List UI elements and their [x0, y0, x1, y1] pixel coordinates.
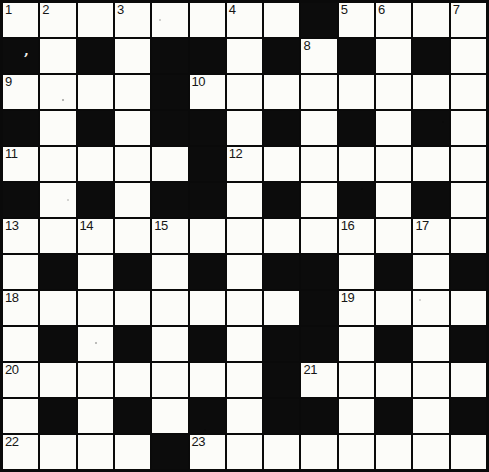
cell-r5c13[interactable] [451, 147, 486, 181]
cell-r11c3[interactable] [78, 363, 113, 397]
cell-r4c8-block [264, 111, 299, 145]
cell-r10c1[interactable] [3, 327, 38, 361]
clue-number-2: 2 [42, 3, 49, 17]
cell-r12c13-block [451, 399, 486, 433]
cell-r11c13[interactable] [451, 363, 486, 397]
cell-r5c11[interactable] [376, 147, 411, 181]
cell-r1c8[interactable] [264, 3, 299, 37]
cell-r13c11[interactable] [376, 435, 411, 469]
cell-r6c4[interactable] [115, 183, 150, 217]
cell-r11c1[interactable]: 20 [3, 363, 38, 397]
cell-r9c2[interactable] [40, 291, 75, 325]
cell-r7c3[interactable]: 14 [78, 219, 113, 253]
cell-r2c8-block [264, 39, 299, 73]
cell-r4c4[interactable] [115, 111, 150, 145]
cell-r1c4[interactable]: 3 [115, 3, 150, 37]
cell-r6c6-block [190, 183, 225, 217]
cell-r9c13[interactable] [451, 291, 486, 325]
cell-r4c5-block [152, 111, 187, 145]
clue-number-1: 1 [5, 3, 12, 17]
cell-r7c8[interactable] [264, 219, 299, 253]
cell-r12c11-block [376, 399, 411, 433]
cell-r6c12-block [413, 183, 448, 217]
cell-r4c1-block [3, 111, 38, 145]
cell-r7c1[interactable]: 13 [3, 219, 38, 253]
cell-r11c6[interactable] [190, 363, 225, 397]
clue-number-6: 6 [378, 3, 385, 17]
cell-r11c5[interactable] [152, 363, 187, 397]
cell-r2c10-block [339, 39, 374, 73]
cell-r4c13[interactable] [451, 111, 486, 145]
clue-number-4: 4 [229, 3, 236, 17]
clue-number-13: 13 [5, 219, 18, 233]
cell-r2c6-block [190, 39, 225, 73]
cell-r11c4[interactable] [115, 363, 150, 397]
cell-r3c1[interactable]: 9 [3, 75, 38, 109]
cell-r5c5[interactable] [152, 147, 187, 181]
cell-r13c2[interactable] [40, 435, 75, 469]
crossword-page: 1234567’891011121314151617181920212223 [0, 0, 489, 472]
cell-r5c8[interactable] [264, 147, 299, 181]
cell-r12c3[interactable] [78, 399, 113, 433]
cell-r11c8-block [264, 363, 299, 397]
clue-number-5: 5 [341, 3, 348, 17]
clue-number-23: 23 [192, 435, 205, 449]
cell-r5c7[interactable]: 12 [227, 147, 262, 181]
cell-r9c6[interactable] [190, 291, 225, 325]
cell-r8c10[interactable] [339, 255, 374, 289]
clue-number-18: 18 [5, 291, 18, 305]
cell-r7c6[interactable] [190, 219, 225, 253]
cell-r8c9-block [301, 255, 336, 289]
cell-r3c8[interactable] [264, 75, 299, 109]
cell-r11c9[interactable]: 21 [301, 363, 336, 397]
cell-r4c2[interactable] [40, 111, 75, 145]
clue-number-8: 8 [303, 39, 310, 53]
cell-r9c11[interactable] [376, 291, 411, 325]
cell-r7c9[interactable] [301, 219, 336, 253]
clue-number-9: 9 [5, 75, 12, 89]
cell-r1c9-block [301, 3, 336, 37]
clue-number-14: 14 [80, 219, 93, 233]
cell-r1c2[interactable]: 2 [40, 3, 75, 37]
cell-r12c9-block [301, 399, 336, 433]
cell-r9c9-block [301, 291, 336, 325]
cell-r2c1-block: ’ [3, 39, 38, 73]
clue-number-20: 20 [5, 363, 18, 377]
cell-r5c1[interactable]: 11 [3, 147, 38, 181]
cell-r12c7[interactable] [227, 399, 262, 433]
cell-r4c9[interactable] [301, 111, 336, 145]
clue-number-7: 7 [453, 3, 460, 17]
cell-r12c5[interactable] [152, 399, 187, 433]
cell-r12c4-block [115, 399, 150, 433]
cell-r9c8[interactable] [264, 291, 299, 325]
cell-r1c3[interactable] [78, 3, 113, 37]
cell-r1c13[interactable]: 7 [451, 3, 486, 37]
cell-r8c5[interactable] [152, 255, 187, 289]
cell-r7c7[interactable] [227, 219, 262, 253]
cell-r4c6-block [190, 111, 225, 145]
cell-r4c10-block [339, 111, 374, 145]
cell-r4c7[interactable] [227, 111, 262, 145]
cell-r2c9[interactable]: 8 [301, 39, 336, 73]
cell-r6c13[interactable] [451, 183, 486, 217]
cell-r2c3-block [78, 39, 113, 73]
cell-r6c11[interactable] [376, 183, 411, 217]
cell-r10c13-block [451, 327, 486, 361]
cell-r13c12[interactable] [413, 435, 448, 469]
clue-number-11: 11 [5, 147, 18, 161]
cell-r3c7[interactable] [227, 75, 262, 109]
cell-r9c3[interactable] [78, 291, 113, 325]
cell-r1c5[interactable] [152, 3, 187, 37]
cell-r7c10[interactable]: 16 [339, 219, 374, 253]
cell-r13c1[interactable]: 22 [3, 435, 38, 469]
photocopy-ink-mark: ’ [23, 50, 28, 68]
cell-r6c5-block [152, 183, 187, 217]
cell-r7c11[interactable] [376, 219, 411, 253]
cell-r3c4[interactable] [115, 75, 150, 109]
cell-r13c8[interactable] [264, 435, 299, 469]
cell-r13c9[interactable] [301, 435, 336, 469]
cell-r5c10[interactable] [339, 147, 374, 181]
cell-r4c11[interactable] [376, 111, 411, 145]
cell-r1c11[interactable]: 6 [376, 3, 411, 37]
cell-r12c10[interactable] [339, 399, 374, 433]
clue-number-15: 15 [154, 219, 167, 233]
clue-number-21: 21 [303, 363, 316, 377]
cell-r9c7[interactable] [227, 291, 262, 325]
cell-r2c5-block [152, 39, 187, 73]
cell-r3c12[interactable] [413, 75, 448, 109]
cell-r13c5-block [152, 435, 187, 469]
cell-r8c4-block [115, 255, 150, 289]
cell-r5c6-block [190, 147, 225, 181]
cell-r8c2-block [40, 255, 75, 289]
cell-r2c2[interactable] [40, 39, 75, 73]
cell-r3c11[interactable] [376, 75, 411, 109]
cell-r5c9[interactable] [301, 147, 336, 181]
cell-r11c7[interactable] [227, 363, 262, 397]
cell-r10c7[interactable] [227, 327, 262, 361]
clue-number-3: 3 [117, 3, 124, 17]
cell-r7c4[interactable] [115, 219, 150, 253]
cell-r3c2[interactable] [40, 75, 75, 109]
cell-r2c13[interactable] [451, 39, 486, 73]
cell-r5c3[interactable] [78, 147, 113, 181]
cell-r6c10-block [339, 183, 374, 217]
cell-r1c7[interactable]: 4 [227, 3, 262, 37]
cell-r9c4[interactable] [115, 291, 150, 325]
cell-r13c10[interactable] [339, 435, 374, 469]
cell-r6c9[interactable] [301, 183, 336, 217]
cell-r10c5[interactable] [152, 327, 187, 361]
cell-r7c12[interactable]: 17 [413, 219, 448, 253]
cell-r12c8-block [264, 399, 299, 433]
cell-r7c2[interactable] [40, 219, 75, 253]
cell-r6c1-block [3, 183, 38, 217]
cell-r7c5[interactable]: 15 [152, 219, 187, 253]
cell-r9c5[interactable] [152, 291, 187, 325]
cell-r9c1[interactable]: 18 [3, 291, 38, 325]
cell-r13c7[interactable] [227, 435, 262, 469]
cell-r8c12[interactable] [413, 255, 448, 289]
cell-r10c9-block [301, 327, 336, 361]
cell-r12c12[interactable] [413, 399, 448, 433]
cell-r12c2-block [40, 399, 75, 433]
cell-r1c10[interactable]: 5 [339, 3, 374, 37]
cell-r1c6[interactable] [190, 3, 225, 37]
cell-r12c6-block [190, 399, 225, 433]
cell-r11c2[interactable] [40, 363, 75, 397]
cell-r2c4[interactable] [115, 39, 150, 73]
cell-r11c11[interactable] [376, 363, 411, 397]
cell-r13c6[interactable]: 23 [190, 435, 225, 469]
cell-r9c10[interactable]: 19 [339, 291, 374, 325]
cell-r8c11-block [376, 255, 411, 289]
cell-r3c6[interactable]: 10 [190, 75, 225, 109]
clue-number-22: 22 [5, 435, 18, 449]
cell-r1c12[interactable] [413, 3, 448, 37]
cell-r4c12-block [413, 111, 448, 145]
clue-number-16: 16 [341, 219, 354, 233]
cell-r10c11-block [376, 327, 411, 361]
cell-r13c13[interactable] [451, 435, 486, 469]
cell-r12c1[interactable] [3, 399, 38, 433]
clue-number-12: 12 [229, 147, 242, 161]
cell-r6c3-block [78, 183, 113, 217]
cell-r5c12[interactable] [413, 147, 448, 181]
cell-r13c3[interactable] [78, 435, 113, 469]
cell-r6c8-block [264, 183, 299, 217]
cell-r3c13[interactable] [451, 75, 486, 109]
cell-r8c13-block [451, 255, 486, 289]
cell-r11c10[interactable] [339, 363, 374, 397]
cell-r8c1[interactable] [3, 255, 38, 289]
cell-r8c3[interactable] [78, 255, 113, 289]
clue-number-10: 10 [192, 75, 205, 89]
cell-r9c12[interactable] [413, 291, 448, 325]
cell-r7c13[interactable] [451, 219, 486, 253]
crossword-grid: 1234567’891011121314151617181920212223 [0, 0, 489, 472]
cell-r3c5-block [152, 75, 187, 109]
cell-r10c10[interactable] [339, 327, 374, 361]
cell-r4c3-block [78, 111, 113, 145]
cell-r2c12-block [413, 39, 448, 73]
cell-r3c10[interactable] [339, 75, 374, 109]
cell-r8c6-block [190, 255, 225, 289]
cell-r5c2[interactable] [40, 147, 75, 181]
cell-r3c3[interactable] [78, 75, 113, 109]
cell-r8c8-block [264, 255, 299, 289]
clue-number-17: 17 [415, 219, 428, 233]
cell-r10c2-block [40, 327, 75, 361]
cell-r10c6-block [190, 327, 225, 361]
cell-r11c12[interactable] [413, 363, 448, 397]
cell-r10c12[interactable] [413, 327, 448, 361]
cell-r13c4[interactable] [115, 435, 150, 469]
cell-r10c4-block [115, 327, 150, 361]
cell-r2c11[interactable] [376, 39, 411, 73]
cell-r1c1[interactable]: 1 [3, 3, 38, 37]
cell-r10c3[interactable] [78, 327, 113, 361]
cell-r6c7[interactable] [227, 183, 262, 217]
clue-number-19: 19 [341, 291, 354, 305]
cell-r6c2[interactable] [40, 183, 75, 217]
cell-r2c7[interactable] [227, 39, 262, 73]
cell-r3c9[interactable] [301, 75, 336, 109]
cell-r8c7[interactable] [227, 255, 262, 289]
cell-r10c8-block [264, 327, 299, 361]
cell-r5c4[interactable] [115, 147, 150, 181]
